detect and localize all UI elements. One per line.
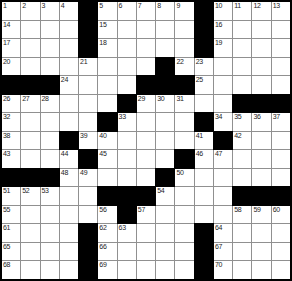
grid-cell[interactable] <box>233 243 251 261</box>
grid-cell[interactable] <box>60 21 78 39</box>
black-cell <box>118 95 136 113</box>
grid-cell[interactable] <box>252 224 270 242</box>
grid-cell[interactable] <box>60 113 78 131</box>
grid-cell[interactable] <box>214 169 232 187</box>
clue-number: 51 <box>3 187 10 195</box>
grid-cell[interactable] <box>252 169 270 187</box>
grid-cell[interactable]: 42 <box>233 132 251 150</box>
grid-cell[interactable] <box>21 113 39 131</box>
grid-cell[interactable] <box>79 206 97 224</box>
clue-number: 41 <box>196 132 203 140</box>
grid-cell[interactable]: 1 <box>2 2 20 20</box>
grid-cell[interactable] <box>214 58 232 76</box>
grid-cell[interactable] <box>21 261 39 279</box>
grid-cell[interactable] <box>21 150 39 168</box>
black-cell <box>233 187 251 205</box>
grid-cell[interactable]: 16 <box>214 21 232 39</box>
black-cell <box>233 95 251 113</box>
grid-cell[interactable]: 31 <box>175 95 193 113</box>
clue-number: 64 <box>215 224 222 232</box>
clue-number: 9 <box>176 2 180 10</box>
clue-number: 63 <box>119 224 126 232</box>
grid-cell[interactable] <box>41 243 59 261</box>
grid-cell[interactable] <box>233 58 251 76</box>
grid-cell[interactable]: 32 <box>2 113 20 131</box>
grid-cell[interactable]: 3 <box>41 2 59 20</box>
grid-cell[interactable] <box>195 169 213 187</box>
clue-number: 38 <box>3 132 10 140</box>
grid-cell[interactable]: 68 <box>2 261 20 279</box>
clue-number: 5 <box>99 2 103 10</box>
clue-number: 29 <box>138 95 145 103</box>
grid-cell[interactable] <box>156 206 174 224</box>
clue-number: 23 <box>196 58 203 66</box>
clue-number: 59 <box>253 206 260 214</box>
black-cell <box>175 76 193 94</box>
clue-number: 22 <box>176 58 183 66</box>
grid-cell[interactable]: 45 <box>98 150 116 168</box>
black-cell <box>156 58 174 76</box>
grid-cell[interactable] <box>272 58 290 76</box>
grid-cell[interactable] <box>137 224 155 242</box>
clue-number: 17 <box>3 39 10 47</box>
black-cell <box>195 2 213 20</box>
grid-cell[interactable] <box>175 224 193 242</box>
black-cell <box>98 113 116 131</box>
grid-cell[interactable]: 34 <box>214 113 232 131</box>
grid-cell[interactable]: 60 <box>272 206 290 224</box>
black-cell <box>137 187 155 205</box>
grid-cell[interactable]: 25 <box>195 76 213 94</box>
grid-cell[interactable] <box>98 58 116 76</box>
grid-cell[interactable] <box>118 169 136 187</box>
grid-cell[interactable]: 13 <box>272 2 290 20</box>
grid-cell[interactable] <box>195 95 213 113</box>
grid-cell[interactable] <box>137 169 155 187</box>
grid-cell[interactable]: 56 <box>98 206 116 224</box>
grid-cell[interactable]: 55 <box>2 206 20 224</box>
grid-cell[interactable] <box>272 224 290 242</box>
clue-number: 55 <box>3 206 10 214</box>
clue-number: 25 <box>196 76 203 84</box>
grid-cell[interactable]: 29 <box>137 95 155 113</box>
clue-number: 50 <box>176 169 183 177</box>
grid-cell[interactable] <box>233 39 251 57</box>
grid-cell[interactable]: 14 <box>2 21 20 39</box>
clue-number: 43 <box>3 150 10 158</box>
grid-cell[interactable] <box>60 206 78 224</box>
grid-cell[interactable]: 36 <box>252 113 270 131</box>
grid-cell[interactable] <box>156 261 174 279</box>
clue-number: 12 <box>253 2 260 10</box>
clue-number: 47 <box>215 150 222 158</box>
grid-cell[interactable]: 22 <box>175 58 193 76</box>
grid-cell[interactable] <box>137 243 155 261</box>
black-cell <box>195 21 213 39</box>
grid-cell[interactable]: 54 <box>156 187 174 205</box>
grid-cell[interactable] <box>195 206 213 224</box>
grid-cell[interactable] <box>175 206 193 224</box>
grid-cell[interactable] <box>156 113 174 131</box>
grid-cell[interactable]: 53 <box>41 187 59 205</box>
clue-number: 48 <box>61 169 68 177</box>
clue-number: 60 <box>273 206 280 214</box>
grid-cell[interactable] <box>175 187 193 205</box>
grid-cell[interactable] <box>137 58 155 76</box>
clue-number: 57 <box>138 206 145 214</box>
black-cell <box>118 187 136 205</box>
grid-cell[interactable]: 50 <box>175 169 193 187</box>
grid-cell[interactable]: 69 <box>98 261 116 279</box>
grid-cell[interactable] <box>118 76 136 94</box>
grid-cell[interactable]: 62 <box>98 224 116 242</box>
grid-cell[interactable] <box>252 21 270 39</box>
clue-number: 46 <box>196 150 203 158</box>
grid-cell[interactable]: 61 <box>2 224 20 242</box>
black-cell <box>195 113 213 131</box>
grid-cell[interactable] <box>156 39 174 57</box>
grid-cell[interactable]: 38 <box>2 132 20 150</box>
grid-cell[interactable] <box>272 76 290 94</box>
grid-cell[interactable] <box>79 76 97 94</box>
grid-cell[interactable] <box>41 113 59 131</box>
grid-cell[interactable] <box>60 224 78 242</box>
clue-number: 56 <box>99 206 106 214</box>
grid-cell[interactable] <box>156 150 174 168</box>
clue-number: 10 <box>215 2 222 10</box>
black-cell <box>79 243 97 261</box>
grid-cell[interactable]: 2 <box>21 2 39 20</box>
black-cell <box>79 2 97 20</box>
grid-cell[interactable]: 51 <box>2 187 20 205</box>
grid-cell[interactable]: 11 <box>233 2 251 20</box>
clue-number: 42 <box>234 132 241 140</box>
clue-number: 3 <box>42 2 46 10</box>
clue-number: 70 <box>215 261 222 269</box>
grid-cell[interactable] <box>175 243 193 261</box>
black-cell <box>2 76 20 94</box>
clue-number: 34 <box>215 113 222 121</box>
black-cell <box>118 206 136 224</box>
grid-cell[interactable] <box>175 39 193 57</box>
black-cell <box>79 21 97 39</box>
grid-cell[interactable] <box>41 261 59 279</box>
grid-cell[interactable] <box>175 132 193 150</box>
black-cell <box>79 39 97 57</box>
grid-cell[interactable] <box>272 169 290 187</box>
grid-cell[interactable] <box>156 243 174 261</box>
grid-cell[interactable]: 24 <box>60 76 78 94</box>
grid-cell[interactable] <box>233 21 251 39</box>
grid-cell[interactable]: 9 <box>175 2 193 20</box>
grid-cell[interactable] <box>60 95 78 113</box>
black-cell <box>98 187 116 205</box>
grid-cell[interactable] <box>98 95 116 113</box>
grid-cell[interactable] <box>272 261 290 279</box>
grid-cell[interactable] <box>233 261 251 279</box>
clue-number: 58 <box>234 206 241 214</box>
grid-cell[interactable]: 26 <box>2 95 20 113</box>
clue-number: 20 <box>3 58 10 66</box>
grid-cell[interactable] <box>272 243 290 261</box>
clue-number: 67 <box>215 243 222 251</box>
clue-number: 37 <box>273 113 280 121</box>
black-cell <box>41 169 59 187</box>
grid-cell[interactable] <box>272 39 290 57</box>
clue-number: 53 <box>42 187 49 195</box>
crossword-board: 1234567891011121314151617181920212223242… <box>0 0 292 281</box>
clue-number: 2 <box>22 2 26 10</box>
grid-cell[interactable]: 44 <box>60 150 78 168</box>
grid-cell[interactable] <box>60 243 78 261</box>
grid-cell[interactable] <box>21 39 39 57</box>
grid-cell[interactable]: 52 <box>21 187 39 205</box>
black-cell <box>156 169 174 187</box>
grid-cell[interactable] <box>118 150 136 168</box>
clue-number: 61 <box>3 224 10 232</box>
grid-cell[interactable] <box>41 58 59 76</box>
grid-cell[interactable]: 57 <box>137 206 155 224</box>
grid-cell[interactable] <box>79 187 97 205</box>
grid-cell[interactable]: 23 <box>195 58 213 76</box>
grid-cell[interactable]: 8 <box>156 2 174 20</box>
grid-cell[interactable]: 6 <box>118 2 136 20</box>
grid-cell[interactable] <box>252 261 270 279</box>
grid-cell[interactable] <box>272 21 290 39</box>
clue-number: 54 <box>157 187 164 195</box>
grid-cell[interactable] <box>272 150 290 168</box>
grid-cell[interactable] <box>252 150 270 168</box>
grid-cell[interactable]: 35 <box>233 113 251 131</box>
grid-cell[interactable]: 58 <box>233 206 251 224</box>
clue-number: 26 <box>3 95 10 103</box>
grid-cell[interactable]: 20 <box>2 58 20 76</box>
grid-cell[interactable] <box>233 169 251 187</box>
grid-cell[interactable] <box>118 243 136 261</box>
clue-number: 16 <box>215 21 222 29</box>
black-cell <box>79 224 97 242</box>
black-cell <box>60 132 78 150</box>
clue-number: 69 <box>99 261 106 269</box>
grid-cell[interactable] <box>175 21 193 39</box>
grid-cell[interactable] <box>252 76 270 94</box>
grid-cell[interactable] <box>118 58 136 76</box>
clue-number: 36 <box>253 113 260 121</box>
grid-cell[interactable]: 65 <box>2 243 20 261</box>
grid-cell[interactable]: 21 <box>79 58 97 76</box>
grid-cell[interactable] <box>41 224 59 242</box>
clue-number: 52 <box>22 187 29 195</box>
grid-cell[interactable] <box>60 39 78 57</box>
grid-cell[interactable] <box>195 187 213 205</box>
grid-cell[interactable] <box>21 243 39 261</box>
grid-cell[interactable] <box>175 261 193 279</box>
grid-cell[interactable] <box>175 113 193 131</box>
grid-cell[interactable]: 59 <box>252 206 270 224</box>
grid-cell[interactable] <box>60 58 78 76</box>
grid-cell[interactable]: 15 <box>98 21 116 39</box>
grid-cell[interactable] <box>272 132 290 150</box>
grid-cell[interactable]: 18 <box>98 39 116 57</box>
grid-cell[interactable] <box>21 224 39 242</box>
clue-number: 28 <box>42 95 49 103</box>
grid-cell[interactable]: 17 <box>2 39 20 57</box>
clue-number: 65 <box>3 243 10 251</box>
grid-cell[interactable]: 39 <box>79 132 97 150</box>
grid-cell[interactable] <box>137 113 155 131</box>
black-cell <box>41 76 59 94</box>
clue-number: 32 <box>3 113 10 121</box>
clue-number: 24 <box>61 76 68 84</box>
black-cell <box>21 76 39 94</box>
grid-cell[interactable]: 66 <box>98 243 116 261</box>
grid-cell[interactable] <box>233 224 251 242</box>
grid-cell[interactable]: 43 <box>2 150 20 168</box>
grid-cell[interactable] <box>41 39 59 57</box>
grid-cell[interactable] <box>60 261 78 279</box>
grid-cell[interactable]: 30 <box>156 95 174 113</box>
grid-cell[interactable]: 28 <box>41 95 59 113</box>
grid-cell[interactable] <box>21 58 39 76</box>
grid-cell[interactable] <box>214 76 232 94</box>
grid-cell[interactable] <box>252 243 270 261</box>
grid-cell[interactable] <box>21 21 39 39</box>
grid-cell[interactable] <box>252 132 270 150</box>
grid-cell[interactable]: 7 <box>137 2 155 20</box>
grid-cell[interactable] <box>252 39 270 57</box>
black-cell <box>79 150 97 168</box>
grid-cell[interactable] <box>156 132 174 150</box>
black-cell <box>252 95 270 113</box>
clue-number: 31 <box>176 95 183 103</box>
grid-cell[interactable] <box>137 132 155 150</box>
clue-number: 49 <box>80 169 87 177</box>
grid-cell[interactable]: 64 <box>214 224 232 242</box>
grid-cell[interactable] <box>118 39 136 57</box>
black-cell <box>214 132 232 150</box>
black-cell <box>79 261 97 279</box>
grid-cell[interactable] <box>137 261 155 279</box>
clue-number: 18 <box>99 39 106 47</box>
grid-cell[interactable]: 48 <box>60 169 78 187</box>
clue-number: 35 <box>234 113 241 121</box>
grid-cell[interactable]: 37 <box>272 113 290 131</box>
grid-cell[interactable]: 10 <box>214 2 232 20</box>
grid-cell[interactable] <box>252 58 270 76</box>
grid-cell[interactable] <box>21 206 39 224</box>
clue-number: 33 <box>119 113 126 121</box>
grid-cell[interactable]: 27 <box>21 95 39 113</box>
black-cell <box>195 261 213 279</box>
clue-number: 7 <box>138 2 142 10</box>
clue-number: 39 <box>80 132 87 140</box>
crossword-grid: 1234567891011121314151617181920212223242… <box>0 0 292 281</box>
grid-cell[interactable]: 40 <box>98 132 116 150</box>
grid-cell[interactable] <box>79 113 97 131</box>
clue-number: 4 <box>61 2 65 10</box>
grid-cell[interactable] <box>214 206 232 224</box>
grid-cell[interactable] <box>21 132 39 150</box>
clue-number: 11 <box>234 2 241 10</box>
clue-number: 13 <box>273 2 280 10</box>
clue-number: 40 <box>99 132 106 140</box>
clue-number: 45 <box>99 150 106 158</box>
grid-cell[interactable] <box>156 224 174 242</box>
clue-number: 21 <box>80 58 87 66</box>
black-cell <box>195 224 213 242</box>
grid-cell[interactable]: 49 <box>79 169 97 187</box>
grid-cell[interactable] <box>214 95 232 113</box>
black-cell <box>156 76 174 94</box>
black-cell <box>21 169 39 187</box>
grid-cell[interactable]: 12 <box>252 2 270 20</box>
grid-cell[interactable] <box>98 76 116 94</box>
black-cell <box>175 150 193 168</box>
clue-number: 44 <box>61 150 68 158</box>
grid-cell[interactable] <box>41 21 59 39</box>
clue-number: 15 <box>99 21 106 29</box>
grid-cell[interactable] <box>233 76 251 94</box>
clue-number: 14 <box>3 21 10 29</box>
grid-cell[interactable]: 41 <box>195 132 213 150</box>
black-cell <box>195 243 213 261</box>
grid-cell[interactable]: 5 <box>98 2 116 20</box>
grid-cell[interactable] <box>118 21 136 39</box>
grid-cell[interactable] <box>60 187 78 205</box>
grid-cell[interactable] <box>233 150 251 168</box>
grid-cell[interactable] <box>214 187 232 205</box>
clue-number: 1 <box>3 2 7 10</box>
grid-cell[interactable] <box>79 95 97 113</box>
clue-number: 6 <box>119 2 123 10</box>
grid-cell[interactable]: 47 <box>214 150 232 168</box>
grid-cell[interactable]: 19 <box>214 39 232 57</box>
grid-cell[interactable] <box>137 150 155 168</box>
black-cell <box>252 187 270 205</box>
black-cell <box>195 39 213 57</box>
black-cell <box>137 76 155 94</box>
clue-number: 62 <box>99 224 106 232</box>
clue-number: 27 <box>22 95 29 103</box>
grid-cell[interactable] <box>41 132 59 150</box>
grid-cell[interactable] <box>118 261 136 279</box>
clue-number: 8 <box>157 2 161 10</box>
grid-cell[interactable]: 67 <box>214 243 232 261</box>
grid-cell[interactable]: 46 <box>195 150 213 168</box>
grid-cell[interactable]: 63 <box>118 224 136 242</box>
grid-cell[interactable] <box>41 150 59 168</box>
grid-cell[interactable] <box>118 132 136 150</box>
grid-cell[interactable] <box>137 39 155 57</box>
grid-cell[interactable] <box>137 21 155 39</box>
grid-cell[interactable]: 70 <box>214 261 232 279</box>
grid-cell[interactable] <box>156 21 174 39</box>
black-cell <box>2 169 20 187</box>
black-cell <box>272 95 290 113</box>
grid-cell[interactable] <box>98 169 116 187</box>
grid-cell[interactable]: 4 <box>60 2 78 20</box>
black-cell <box>272 187 290 205</box>
grid-cell[interactable]: 33 <box>118 113 136 131</box>
clue-number: 30 <box>157 95 164 103</box>
grid-cell[interactable] <box>41 206 59 224</box>
clue-number: 66 <box>99 243 106 251</box>
clue-number: 19 <box>215 39 222 47</box>
clue-number: 68 <box>3 261 10 269</box>
